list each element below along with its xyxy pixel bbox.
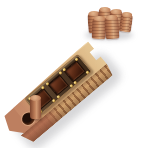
brass-screw-icon [74, 57, 78, 61]
barrel-piece-6[interactable] [104, 17, 119, 40]
brass-screw-icon [52, 99, 56, 103]
pocket-square-3[interactable] [64, 60, 86, 82]
brass-screw-icon [85, 70, 89, 74]
barrel-top [99, 7, 110, 13]
product-photo-scene [0, 0, 148, 148]
barrel-piece-4[interactable] [119, 13, 133, 32]
brass-screw-icon [56, 95, 60, 99]
peg-piece[interactable] [30, 96, 41, 119]
barrel-top [111, 9, 122, 14]
brass-screw-icon [73, 81, 77, 85]
peg-top [30, 95, 41, 101]
brass-screw-icon [58, 71, 62, 75]
barrel-top [122, 11, 133, 17]
barrel-top [105, 15, 117, 21]
pocket-square-2[interactable] [47, 74, 69, 96]
brass-screw-icon [69, 84, 73, 88]
